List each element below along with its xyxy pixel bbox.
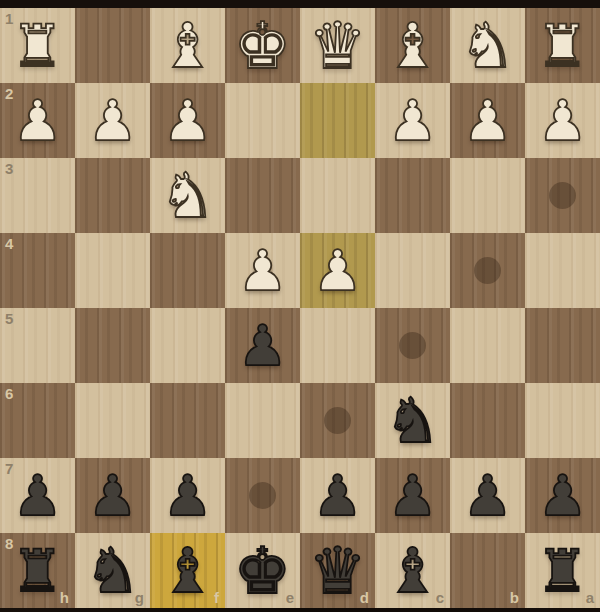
white-pawn-f2[interactable]: ♟ xyxy=(150,83,225,158)
square-c5[interactable] xyxy=(375,308,450,383)
black-rook-a8[interactable]: ♜ xyxy=(525,533,600,608)
white-knight-b1[interactable]: ♞ xyxy=(450,8,525,83)
square-h4[interactable]: 4 xyxy=(0,233,75,308)
square-f4[interactable] xyxy=(150,233,225,308)
black-pawn-d7[interactable]: ♟ xyxy=(300,458,375,533)
chess-app-window: 1♜♝♚♛♝♞♜2♟♟♟♟♟♟3♞4♟♟5♟6♞7♟♟♟♟♟♟♟8h♜g♞f♝e… xyxy=(0,0,600,612)
square-c2[interactable]: ♟ xyxy=(375,83,450,158)
square-b1[interactable]: ♞ xyxy=(450,8,525,83)
white-pawn-h2[interactable]: ♟ xyxy=(0,83,75,158)
black-bishop-c8[interactable]: ♝ xyxy=(375,533,450,608)
square-e7[interactable] xyxy=(225,458,300,533)
square-c4[interactable] xyxy=(375,233,450,308)
black-pawn-c7[interactable]: ♟ xyxy=(375,458,450,533)
rank-label-5: 5 xyxy=(5,311,13,326)
square-h6[interactable]: 6 xyxy=(0,383,75,458)
square-g5[interactable] xyxy=(75,308,150,383)
black-pawn-f7[interactable]: ♟ xyxy=(150,458,225,533)
square-h5[interactable]: 5 xyxy=(0,308,75,383)
square-f6[interactable] xyxy=(150,383,225,458)
move-hint-c5[interactable] xyxy=(399,332,426,359)
square-c1[interactable]: ♝ xyxy=(375,8,450,83)
square-f2[interactable]: ♟ xyxy=(150,83,225,158)
square-e5[interactable]: ♟ xyxy=(225,308,300,383)
square-e8[interactable]: e♚ xyxy=(225,533,300,608)
square-a5[interactable] xyxy=(525,308,600,383)
black-pawn-h7[interactable]: ♟ xyxy=(0,458,75,533)
square-a8[interactable]: a♜ xyxy=(525,533,600,608)
square-b8[interactable]: b xyxy=(450,533,525,608)
white-bishop-c1[interactable]: ♝ xyxy=(375,8,450,83)
move-hint-e7[interactable] xyxy=(249,482,276,509)
square-g2[interactable]: ♟ xyxy=(75,83,150,158)
square-d6[interactable] xyxy=(300,383,375,458)
square-d2[interactable] xyxy=(300,83,375,158)
square-e4[interactable]: ♟ xyxy=(225,233,300,308)
white-bishop-f1[interactable]: ♝ xyxy=(150,8,225,83)
move-hint-d6[interactable] xyxy=(324,407,351,434)
white-rook-h1[interactable]: ♜ xyxy=(0,8,75,83)
square-a7[interactable]: ♟ xyxy=(525,458,600,533)
square-g1[interactable] xyxy=(75,8,150,83)
square-c8[interactable]: c♝ xyxy=(375,533,450,608)
square-b7[interactable]: ♟ xyxy=(450,458,525,533)
square-e6[interactable] xyxy=(225,383,300,458)
black-queen-d8[interactable]: ♛ xyxy=(300,533,375,608)
black-pawn-g7[interactable]: ♟ xyxy=(75,458,150,533)
square-b5[interactable] xyxy=(450,308,525,383)
black-pawn-a7[interactable]: ♟ xyxy=(525,458,600,533)
square-e1[interactable]: ♚ xyxy=(225,8,300,83)
square-h7[interactable]: 7♟ xyxy=(0,458,75,533)
square-a2[interactable]: ♟ xyxy=(525,83,600,158)
move-hint-a3[interactable] xyxy=(549,182,576,209)
square-b6[interactable] xyxy=(450,383,525,458)
chess-board: 1♜♝♚♛♝♞♜2♟♟♟♟♟♟3♞4♟♟5♟6♞7♟♟♟♟♟♟♟8h♜g♞f♝e… xyxy=(0,8,600,608)
square-h2[interactable]: 2♟ xyxy=(0,83,75,158)
square-b3[interactable] xyxy=(450,158,525,233)
square-a3[interactable] xyxy=(525,158,600,233)
square-c3[interactable] xyxy=(375,158,450,233)
square-b4[interactable] xyxy=(450,233,525,308)
square-f1[interactable]: ♝ xyxy=(150,8,225,83)
white-pawn-b2[interactable]: ♟ xyxy=(450,83,525,158)
square-g4[interactable] xyxy=(75,233,150,308)
square-f3[interactable]: ♞ xyxy=(150,158,225,233)
square-d4[interactable]: ♟ xyxy=(300,233,375,308)
square-h1[interactable]: 1♜ xyxy=(0,8,75,83)
white-knight-f3[interactable]: ♞ xyxy=(150,158,225,233)
square-c7[interactable]: ♟ xyxy=(375,458,450,533)
white-pawn-g2[interactable]: ♟ xyxy=(75,83,150,158)
square-f8[interactable]: f♝ xyxy=(150,533,225,608)
square-g8[interactable]: g♞ xyxy=(75,533,150,608)
square-g7[interactable]: ♟ xyxy=(75,458,150,533)
square-g3[interactable] xyxy=(75,158,150,233)
square-g6[interactable] xyxy=(75,383,150,458)
square-e2[interactable] xyxy=(225,83,300,158)
square-d8[interactable]: d♛ xyxy=(300,533,375,608)
white-rook-a1[interactable]: ♜ xyxy=(525,8,600,83)
black-rook-h8[interactable]: ♜ xyxy=(0,533,75,608)
file-label-b: b xyxy=(510,590,519,605)
square-b2[interactable]: ♟ xyxy=(450,83,525,158)
white-pawn-e4[interactable]: ♟ xyxy=(225,233,300,308)
square-d5[interactable] xyxy=(300,308,375,383)
bottom-background-strip xyxy=(0,608,600,612)
black-knight-c6[interactable]: ♞ xyxy=(375,383,450,458)
white-pawn-c2[interactable]: ♟ xyxy=(375,83,450,158)
top-background-strip xyxy=(0,0,600,8)
rank-label-3: 3 xyxy=(5,161,13,176)
square-d3[interactable] xyxy=(300,158,375,233)
white-king-e1[interactable]: ♚ xyxy=(225,8,300,83)
move-hint-b4[interactable] xyxy=(474,257,501,284)
black-pawn-b7[interactable]: ♟ xyxy=(450,458,525,533)
square-c6[interactable]: ♞ xyxy=(375,383,450,458)
square-a6[interactable] xyxy=(525,383,600,458)
black-pawn-e5[interactable]: ♟ xyxy=(225,308,300,383)
white-pawn-a2[interactable]: ♟ xyxy=(525,83,600,158)
square-d1[interactable]: ♛ xyxy=(300,8,375,83)
black-knight-g8[interactable]: ♞ xyxy=(75,533,150,608)
square-f7[interactable]: ♟ xyxy=(150,458,225,533)
rank-label-4: 4 xyxy=(5,236,13,251)
square-a4[interactable] xyxy=(525,233,600,308)
rank-label-6: 6 xyxy=(5,386,13,401)
square-e3[interactable] xyxy=(225,158,300,233)
white-pawn-d4[interactable]: ♟ xyxy=(300,233,375,308)
square-h3[interactable]: 3 xyxy=(0,158,75,233)
square-d7[interactable]: ♟ xyxy=(300,458,375,533)
square-f5[interactable] xyxy=(150,308,225,383)
square-a1[interactable]: ♜ xyxy=(525,8,600,83)
black-king-e8[interactable]: ♚ xyxy=(225,533,300,608)
square-h8[interactable]: 8h♜ xyxy=(0,533,75,608)
white-queen-d1[interactable]: ♛ xyxy=(300,8,375,83)
black-bishop-f8[interactable]: ♝ xyxy=(150,533,225,608)
